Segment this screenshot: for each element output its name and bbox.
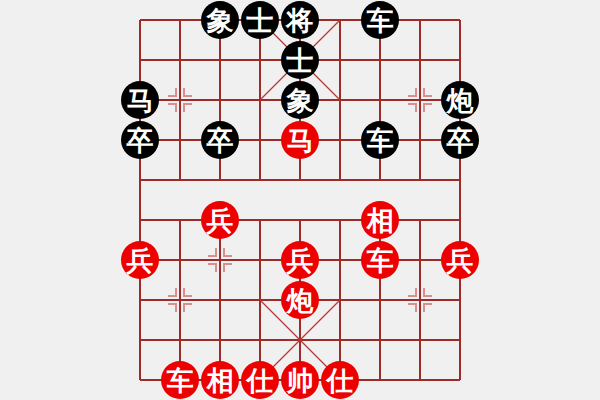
piece-red-pawn[interactable]: 兵 [121, 241, 159, 279]
piece-red-pawn[interactable]: 兵 [441, 241, 479, 279]
xiangqi-pieces-grid: 象士将车士马象炮卒卒马车卒兵相兵兵车兵炮车相仕帅仕 [120, 0, 480, 400]
piece-black-advisor[interactable]: 士 [241, 1, 279, 39]
piece-black-king[interactable]: 将 [281, 1, 319, 39]
piece-black-elephant[interactable]: 象 [281, 81, 319, 119]
piece-black-chariot[interactable]: 车 [361, 121, 399, 159]
piece-red-chariot[interactable]: 车 [361, 241, 399, 279]
piece-red-king[interactable]: 帅 [281, 361, 319, 399]
piece-black-pawn[interactable]: 卒 [121, 121, 159, 159]
piece-red-pawn[interactable]: 兵 [201, 201, 239, 239]
piece-red-horse[interactable]: 马 [281, 121, 319, 159]
piece-black-cannon[interactable]: 炮 [441, 81, 479, 119]
piece-black-advisor[interactable]: 士 [281, 41, 319, 79]
xiangqi-app-canvas: 象士将车士马象炮卒卒马车卒兵相兵兵车兵炮车相仕帅仕 [0, 0, 600, 400]
piece-red-elephant[interactable]: 相 [361, 201, 399, 239]
piece-red-cannon[interactable]: 炮 [281, 281, 319, 319]
piece-red-elephant[interactable]: 相 [201, 361, 239, 399]
piece-red-advisor[interactable]: 仕 [321, 361, 359, 399]
piece-black-horse[interactable]: 马 [121, 81, 159, 119]
piece-black-pawn[interactable]: 卒 [201, 121, 239, 159]
piece-red-pawn[interactable]: 兵 [281, 241, 319, 279]
piece-black-pawn[interactable]: 卒 [441, 121, 479, 159]
piece-red-advisor[interactable]: 仕 [241, 361, 279, 399]
piece-black-elephant[interactable]: 象 [201, 1, 239, 39]
piece-red-chariot[interactable]: 车 [161, 361, 199, 399]
piece-black-chariot[interactable]: 车 [361, 1, 399, 39]
